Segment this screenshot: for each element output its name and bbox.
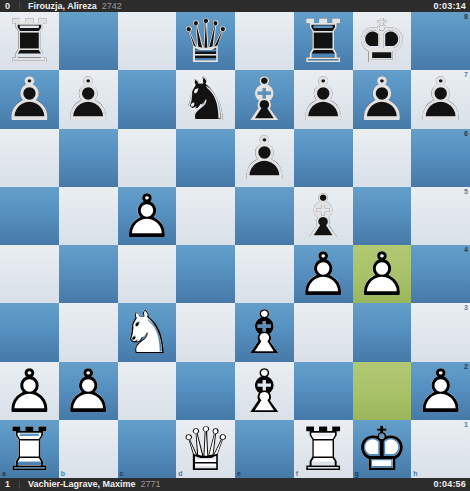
piece-white-pawn[interactable]: ♟♙ (59, 362, 118, 420)
square-h3[interactable]: 3 (411, 303, 470, 361)
square-a4[interactable] (0, 245, 59, 303)
square-e6[interactable]: ♟♙ (235, 129, 294, 187)
piece-glyph-outline: ♙ (0, 362, 59, 420)
square-f2[interactable] (294, 362, 353, 420)
piece-black-pawn[interactable]: ♟♙ (235, 129, 294, 187)
square-g3[interactable] (353, 303, 412, 361)
piece-glyph-outline: ♔ (353, 420, 412, 478)
square-a3[interactable] (0, 303, 59, 361)
square-b5[interactable] (59, 187, 118, 245)
square-h2[interactable]: 2♟♙ (411, 362, 470, 420)
piece-glyph-outline: ♖ (0, 12, 59, 70)
square-g2[interactable] (353, 362, 412, 420)
square-e4[interactable] (235, 245, 294, 303)
square-d1[interactable]: d♛♕ (176, 420, 235, 478)
coord-rank-1: 1 (464, 421, 468, 428)
piece-glyph-outline: ♙ (59, 70, 118, 128)
square-a8[interactable]: ♜♖ (0, 12, 59, 70)
piece-white-queen[interactable]: ♛♕ (176, 420, 235, 478)
piece-glyph-outline: ♖ (0, 420, 59, 478)
piece-black-bishop[interactable]: ♝♗ (235, 70, 294, 128)
square-e3[interactable]: ♝♗ (235, 303, 294, 361)
piece-glyph-outline: ♙ (294, 70, 353, 128)
piece-white-pawn[interactable]: ♟♙ (411, 362, 470, 420)
piece-white-pawn[interactable]: ♟♙ (0, 362, 59, 420)
square-e2[interactable]: ♝♗ (235, 362, 294, 420)
square-d4[interactable] (176, 245, 235, 303)
coord-rank-4: 4 (464, 246, 468, 253)
piece-white-pawn[interactable]: ♟♙ (294, 245, 353, 303)
piece-glyph-outline: ♙ (353, 70, 412, 128)
square-h5[interactable]: 5 (411, 187, 470, 245)
piece-black-bishop[interactable]: ♝♗ (294, 187, 353, 245)
square-c2[interactable] (118, 362, 177, 420)
piece-white-bishop[interactable]: ♝♗ (235, 362, 294, 420)
piece-white-knight[interactable]: ♞♘ (118, 303, 177, 361)
square-b1[interactable]: b (59, 420, 118, 478)
square-b4[interactable] (59, 245, 118, 303)
piece-white-pawn[interactable]: ♟♙ (118, 187, 177, 245)
coord-rank-5: 5 (464, 188, 468, 195)
piece-white-pawn[interactable]: ♟♙ (353, 245, 412, 303)
square-b7[interactable]: ♟♙ (59, 70, 118, 128)
piece-glyph-outline: ♙ (353, 245, 412, 303)
piece-white-rook[interactable]: ♜♖ (0, 420, 59, 478)
player-top-rating: 2742 (102, 2, 122, 11)
square-c4[interactable] (118, 245, 177, 303)
square-f8[interactable]: ♜♖ (294, 12, 353, 70)
piece-black-rook[interactable]: ♜♖ (294, 12, 353, 70)
piece-glyph-outline: ♙ (411, 362, 470, 420)
piece-black-pawn[interactable]: ♟♙ (411, 70, 470, 128)
piece-black-pawn[interactable]: ♟♙ (353, 70, 412, 128)
square-h8[interactable]: 8 (411, 12, 470, 70)
piece-glyph-outline: ♗ (235, 70, 294, 128)
square-f5[interactable]: ♝♗ (294, 187, 353, 245)
square-h1[interactable]: 1h (411, 420, 470, 478)
piece-glyph-outline: ♗ (294, 187, 353, 245)
chess-broadcast-window: 0 Firouzja, Alireza 2742 0:03:14 ♜♖♛♕♜♖♚… (0, 0, 470, 491)
coord-rank-3: 3 (464, 304, 468, 311)
square-f4[interactable]: ♟♙ (294, 245, 353, 303)
square-c1[interactable]: c (118, 420, 177, 478)
square-b2[interactable]: ♟♙ (59, 362, 118, 420)
piece-glyph-outline: ♙ (294, 245, 353, 303)
square-d8[interactable]: ♛♕ (176, 12, 235, 70)
square-f3[interactable] (294, 303, 353, 361)
square-d6[interactable] (176, 129, 235, 187)
square-c3[interactable]: ♞♘ (118, 303, 177, 361)
piece-black-pawn[interactable]: ♟♙ (59, 70, 118, 128)
piece-glyph-outline: ♔ (353, 12, 412, 70)
square-d2[interactable] (176, 362, 235, 420)
piece-glyph-outline: ♖ (294, 420, 353, 478)
piece-glyph-outline: ♙ (411, 70, 470, 128)
coord-file-e: e (237, 470, 241, 477)
piece-white-king[interactable]: ♚♔ (353, 420, 412, 478)
piece-glyph-outline: ♕ (176, 12, 235, 70)
piece-black-pawn[interactable]: ♟♙ (294, 70, 353, 128)
square-d5[interactable] (176, 187, 235, 245)
coord-rank-8: 8 (464, 13, 468, 20)
square-g8[interactable]: ♚♔ (353, 12, 412, 70)
square-b8[interactable] (59, 12, 118, 70)
piece-black-knight[interactable]: ♞♘ (176, 70, 235, 128)
square-b6[interactable] (59, 129, 118, 187)
square-f6[interactable] (294, 129, 353, 187)
square-f7[interactable]: ♟♙ (294, 70, 353, 128)
piece-black-rook[interactable]: ♜♖ (0, 12, 59, 70)
chess-board[interactable]: ♜♖♛♕♜♖♚♔8♟♙♟♙♞♘♝♗♟♙♟♙7♟♙♟♙6♟♙♝♗5♟♙♟♙4♞♘♝… (0, 12, 470, 478)
square-a2[interactable]: ♟♙ (0, 362, 59, 420)
square-g1[interactable]: g♚♔ (353, 420, 412, 478)
piece-white-bishop[interactable]: ♝♗ (235, 303, 294, 361)
coord-rank-6: 6 (464, 130, 468, 137)
square-b3[interactable] (59, 303, 118, 361)
square-g6[interactable] (353, 129, 412, 187)
square-c5[interactable]: ♟♙ (118, 187, 177, 245)
piece-glyph-outline: ♙ (0, 70, 59, 128)
square-c6[interactable] (118, 129, 177, 187)
square-g5[interactable] (353, 187, 412, 245)
square-e1[interactable]: e (235, 420, 294, 478)
square-a7[interactable]: ♟♙ (0, 70, 59, 128)
square-e8[interactable] (235, 12, 294, 70)
square-a5[interactable] (0, 187, 59, 245)
piece-glyph-outline: ♙ (118, 187, 177, 245)
player-bottom-rating: 2771 (141, 480, 161, 489)
square-d7[interactable]: ♞♘ (176, 70, 235, 128)
piece-glyph-outline: ♘ (176, 70, 235, 128)
piece-glyph-outline: ♖ (294, 12, 353, 70)
square-c7[interactable] (118, 70, 177, 128)
square-f1[interactable]: f♜♖ (294, 420, 353, 478)
piece-black-pawn[interactable]: ♟♙ (0, 70, 59, 128)
square-g7[interactable]: ♟♙ (353, 70, 412, 128)
piece-white-rook[interactable]: ♜♖ (294, 420, 353, 478)
square-h4[interactable]: 4 (411, 245, 470, 303)
square-h6[interactable]: 6 (411, 129, 470, 187)
piece-glyph-outline: ♘ (118, 303, 177, 361)
coord-file-h: h (413, 470, 417, 477)
square-a6[interactable] (0, 129, 59, 187)
square-g4[interactable]: ♟♙ (353, 245, 412, 303)
piece-glyph-outline: ♙ (59, 362, 118, 420)
piece-glyph-outline: ♕ (176, 420, 235, 478)
piece-glyph-outline: ♙ (235, 129, 294, 187)
square-e7[interactable]: ♝♗ (235, 70, 294, 128)
piece-glyph-outline: ♗ (235, 303, 294, 361)
coord-file-b: b (61, 470, 65, 477)
piece-glyph-outline: ♗ (235, 362, 294, 420)
piece-black-king[interactable]: ♚♔ (353, 12, 412, 70)
square-c8[interactable] (118, 12, 177, 70)
player-top-clock: 0:03:14 (434, 2, 470, 11)
square-a1[interactable]: a♜♖ (0, 420, 59, 478)
square-h7[interactable]: 7♟♙ (411, 70, 470, 128)
player-bottom-clock: 0:04:56 (434, 480, 470, 489)
piece-black-queen[interactable]: ♛♕ (176, 12, 235, 70)
coord-file-c: c (120, 470, 124, 477)
square-e5[interactable] (235, 187, 294, 245)
square-d3[interactable] (176, 303, 235, 361)
